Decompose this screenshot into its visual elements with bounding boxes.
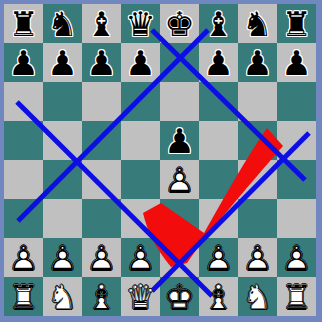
piece-slot-a1: ♜♖ [4, 277, 43, 316]
piece-black-bishop-c8[interactable]: ♝ [82, 4, 121, 43]
piece-black-pawn-d7[interactable]: ♟ [121, 43, 160, 82]
pieces-layer: ♜♞♝♛♚♝♞♜♟♟♟♟♟♟♟♟♟♙♟♙♟♙♟♙♟♙♟♙♟♙♟♙♜♖♞♘♝♗♛♕… [4, 4, 316, 316]
piece-glyph-fill: ♚ [160, 4, 199, 43]
piece-slot-h2: ♟♙ [277, 238, 316, 277]
piece-black-queen-d8[interactable]: ♛ [121, 4, 160, 43]
piece-slot-d8: ♛ [121, 4, 160, 43]
piece-slot-d5 [121, 121, 160, 160]
piece-black-king-e8[interactable]: ♚ [160, 4, 199, 43]
piece-slot-c4 [82, 160, 121, 199]
piece-white-pawn-g2[interactable]: ♟♙ [238, 238, 277, 277]
piece-glyph-outline: ♗ [199, 277, 238, 316]
piece-black-pawn-b7[interactable]: ♟ [43, 43, 82, 82]
piece-slot-c1: ♝♗ [82, 277, 121, 316]
piece-white-rook-h1[interactable]: ♜♖ [277, 277, 316, 316]
piece-glyph-outline: ♙ [277, 238, 316, 277]
piece-slot-e5: ♟ [160, 121, 199, 160]
piece-slot-b8: ♞ [43, 4, 82, 43]
piece-slot-b2: ♟♙ [43, 238, 82, 277]
piece-glyph-fill: ♜ [4, 4, 43, 43]
piece-glyph-fill: ♟ [199, 43, 238, 82]
piece-white-pawn-a2[interactable]: ♟♙ [4, 238, 43, 277]
piece-white-knight-g1[interactable]: ♞♘ [238, 277, 277, 316]
piece-white-king-e1[interactable]: ♚♔ [160, 277, 199, 316]
piece-slot-d4 [121, 160, 160, 199]
piece-glyph-fill: ♟ [43, 43, 82, 82]
piece-slot-f2: ♟♙ [199, 238, 238, 277]
piece-white-pawn-f2[interactable]: ♟♙ [199, 238, 238, 277]
piece-slot-f6 [199, 82, 238, 121]
chess-board: ♜♞♝♛♚♝♞♜♟♟♟♟♟♟♟♟♟♙♟♙♟♙♟♙♟♙♟♙♟♙♟♙♜♖♞♘♝♗♛♕… [4, 4, 316, 316]
piece-white-knight-b1[interactable]: ♞♘ [43, 277, 82, 316]
piece-slot-d3 [121, 199, 160, 238]
piece-slot-g7: ♟ [238, 43, 277, 82]
piece-glyph-fill: ♝ [199, 4, 238, 43]
piece-black-pawn-f7[interactable]: ♟ [199, 43, 238, 82]
piece-slot-d2: ♟♙ [121, 238, 160, 277]
piece-black-pawn-c7[interactable]: ♟ [82, 43, 121, 82]
piece-slot-g4 [238, 160, 277, 199]
piece-black-pawn-g7[interactable]: ♟ [238, 43, 277, 82]
piece-slot-b7: ♟ [43, 43, 82, 82]
piece-glyph-fill: ♟ [160, 121, 199, 160]
piece-glyph-fill: ♟ [4, 43, 43, 82]
piece-glyph-outline: ♘ [43, 277, 82, 316]
piece-slot-b3 [43, 199, 82, 238]
piece-slot-b4 [43, 160, 82, 199]
piece-slot-c7: ♟ [82, 43, 121, 82]
piece-slot-h5 [277, 121, 316, 160]
piece-white-pawn-b2[interactable]: ♟♙ [43, 238, 82, 277]
piece-slot-h7: ♟ [277, 43, 316, 82]
piece-black-bishop-f8[interactable]: ♝ [199, 4, 238, 43]
piece-white-queen-d1[interactable]: ♛♕ [121, 277, 160, 316]
piece-glyph-fill: ♞ [43, 4, 82, 43]
piece-slot-g3 [238, 199, 277, 238]
piece-glyph-outline: ♙ [238, 238, 277, 277]
piece-black-rook-h8[interactable]: ♜ [277, 4, 316, 43]
piece-glyph-outline: ♙ [43, 238, 82, 277]
piece-glyph-outline: ♔ [160, 277, 199, 316]
piece-glyph-fill: ♛ [121, 4, 160, 43]
piece-slot-b1: ♞♘ [43, 277, 82, 316]
piece-glyph-outline: ♙ [199, 238, 238, 277]
piece-glyph-fill: ♞ [238, 4, 277, 43]
piece-slot-e6 [160, 82, 199, 121]
piece-black-knight-g8[interactable]: ♞ [238, 4, 277, 43]
piece-glyph-fill: ♟ [82, 43, 121, 82]
piece-glyph-fill: ♟ [121, 43, 160, 82]
piece-slot-h6 [277, 82, 316, 121]
piece-glyph-outline: ♕ [121, 277, 160, 316]
piece-slot-d6 [121, 82, 160, 121]
piece-white-rook-a1[interactable]: ♜♖ [4, 277, 43, 316]
piece-slot-h8: ♜ [277, 4, 316, 43]
piece-slot-h3 [277, 199, 316, 238]
piece-glyph-outline: ♘ [238, 277, 277, 316]
piece-slot-f3 [199, 199, 238, 238]
piece-glyph-fill: ♟ [277, 43, 316, 82]
piece-black-pawn-a7[interactable]: ♟ [4, 43, 43, 82]
piece-black-rook-a8[interactable]: ♜ [4, 4, 43, 43]
piece-slot-c8: ♝ [82, 4, 121, 43]
piece-slot-c2: ♟♙ [82, 238, 121, 277]
piece-white-bishop-c1[interactable]: ♝♗ [82, 277, 121, 316]
piece-white-pawn-h2[interactable]: ♟♙ [277, 238, 316, 277]
piece-glyph-fill: ♟ [238, 43, 277, 82]
piece-slot-a7: ♟ [4, 43, 43, 82]
piece-slot-a6 [4, 82, 43, 121]
piece-slot-a3 [4, 199, 43, 238]
piece-slot-g1: ♞♘ [238, 277, 277, 316]
piece-slot-f4 [199, 160, 238, 199]
piece-glyph-outline: ♙ [4, 238, 43, 277]
piece-slot-e8: ♚ [160, 4, 199, 43]
piece-black-pawn-e5[interactable]: ♟ [160, 121, 199, 160]
piece-slot-c3 [82, 199, 121, 238]
piece-slot-f5 [199, 121, 238, 160]
piece-slot-g5 [238, 121, 277, 160]
piece-slot-d7: ♟ [121, 43, 160, 82]
piece-glyph-outline: ♙ [82, 238, 121, 277]
piece-slot-f8: ♝ [199, 4, 238, 43]
piece-slot-f1: ♝♗ [199, 277, 238, 316]
piece-slot-g2: ♟♙ [238, 238, 277, 277]
board-frame: ♜♞♝♛♚♝♞♜♟♟♟♟♟♟♟♟♟♙♟♙♟♙♟♙♟♙♟♙♟♙♟♙♜♖♞♘♝♗♛♕… [0, 0, 322, 322]
piece-white-pawn-c2[interactable]: ♟♙ [82, 238, 121, 277]
piece-glyph-fill: ♝ [82, 4, 121, 43]
piece-slot-e3 [160, 199, 199, 238]
piece-glyph-outline: ♖ [277, 277, 316, 316]
piece-slot-g8: ♞ [238, 4, 277, 43]
piece-slot-c5 [82, 121, 121, 160]
piece-slot-h1: ♜♖ [277, 277, 316, 316]
piece-slot-a5 [4, 121, 43, 160]
piece-black-pawn-h7[interactable]: ♟ [277, 43, 316, 82]
piece-glyph-outline: ♗ [82, 277, 121, 316]
piece-slot-e1: ♚♔ [160, 277, 199, 316]
piece-slot-b5 [43, 121, 82, 160]
piece-slot-a8: ♜ [4, 4, 43, 43]
piece-white-pawn-d2[interactable]: ♟♙ [121, 238, 160, 277]
piece-glyph-outline: ♖ [4, 277, 43, 316]
piece-white-pawn-e4[interactable]: ♟♙ [160, 160, 199, 199]
piece-slot-b6 [43, 82, 82, 121]
piece-slot-c6 [82, 82, 121, 121]
piece-slot-a4 [4, 160, 43, 199]
piece-glyph-outline: ♙ [160, 160, 199, 199]
piece-black-knight-b8[interactable]: ♞ [43, 4, 82, 43]
piece-glyph-fill: ♜ [277, 4, 316, 43]
piece-slot-d1: ♛♕ [121, 277, 160, 316]
piece-slot-h4 [277, 160, 316, 199]
piece-slot-g6 [238, 82, 277, 121]
piece-slot-e7 [160, 43, 199, 82]
piece-white-bishop-f1[interactable]: ♝♗ [199, 277, 238, 316]
piece-slot-a2: ♟♙ [4, 238, 43, 277]
piece-slot-f7: ♟ [199, 43, 238, 82]
piece-slot-e2 [160, 238, 199, 277]
piece-glyph-outline: ♙ [121, 238, 160, 277]
piece-slot-e4: ♟♙ [160, 160, 199, 199]
